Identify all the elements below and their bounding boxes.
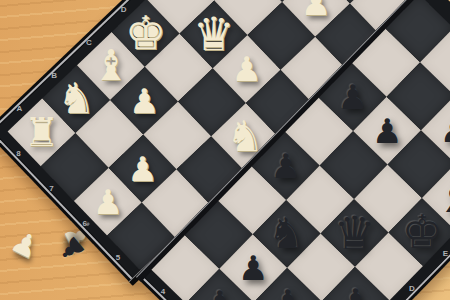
piece-black-pawn-c1: ♟ bbox=[340, 284, 370, 300]
rank-label-7: 7 bbox=[46, 183, 58, 195]
piece-white-pawn-g6: ♟ bbox=[301, 0, 331, 20]
captured-white-pawn: ♟ bbox=[6, 226, 43, 265]
piece-white-queen-e7: ♛ bbox=[193, 11, 234, 57]
piece-white-pawn-b6: ♟ bbox=[127, 152, 157, 186]
piece-white-pawn-e6: ♟ bbox=[231, 52, 261, 86]
piece-black-pawn-b2: ♟ bbox=[272, 285, 302, 300]
piece-black-bishop-f1: ♝ bbox=[437, 177, 450, 219]
piece-black-pawn-d4: ♟ bbox=[271, 149, 301, 183]
piece-black-knight-c3: ♞ bbox=[268, 213, 306, 255]
piece-black-pawn-f4: ♟ bbox=[337, 80, 367, 114]
rank-label-4: 4 bbox=[157, 286, 169, 298]
piece-black-pawn-b3: ♟ bbox=[238, 251, 268, 285]
piece-white-knight-b8: ♞ bbox=[57, 78, 95, 120]
piece-white-king-d8: ♚ bbox=[125, 10, 166, 56]
rank-label-5: 5 bbox=[112, 252, 124, 264]
piece-white-rook-a8: ♜ bbox=[24, 112, 60, 152]
piece-white-pawn-c7: ♟ bbox=[129, 84, 159, 118]
chessboard-photo: 8765ABCDEFGH♜♞♝♚♛♟♟♟♟♟♞4321ABCDEFGH♟♟♟♟♞… bbox=[0, 0, 450, 300]
piece-black-pawn-g2: ♟ bbox=[440, 113, 450, 147]
piece-black-pawn-f3: ♟ bbox=[372, 114, 402, 148]
rank-label-8: 8 bbox=[12, 148, 24, 160]
rank-label-6: 6 bbox=[79, 218, 91, 230]
piece-white-pawn-a6: ♟ bbox=[93, 185, 123, 219]
piece-black-queen-d2: ♛ bbox=[334, 210, 375, 256]
piece-black-pawn-a3: ♟ bbox=[205, 286, 235, 300]
file-label-d: D bbox=[406, 283, 418, 295]
